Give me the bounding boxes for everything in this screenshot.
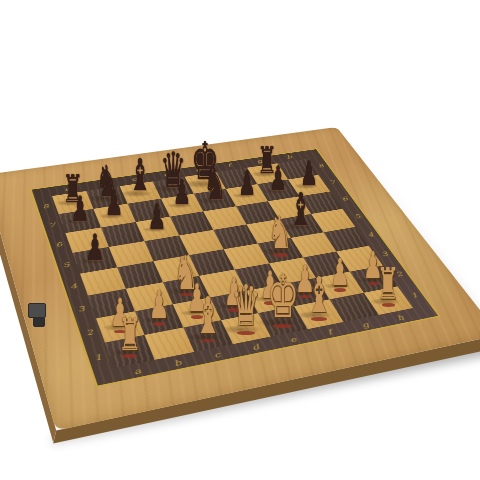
chess-product-photo: aa11bb22cc33dd44ee55ff66gg77hh88 ♜♚♟♛♟♝♟…: [0, 0, 480, 480]
piece-black-pawn-d7[interactable]: ♟: [173, 177, 191, 211]
piece-white-bishop-c1[interactable]: ♝: [194, 291, 221, 342]
piece-black-pawn-b7[interactable]: ♟: [105, 187, 124, 222]
box-clasp-latch: [33, 317, 45, 327]
piece-black-bishop-g5[interactable]: ♝: [289, 186, 313, 232]
piece-white-bishop-f1[interactable]: ♝: [305, 270, 332, 320]
piece-white-queen-d1[interactable]: ♛: [231, 278, 261, 334]
box-clasp: [28, 303, 46, 318]
piece-black-pawn-a7[interactable]: ♟: [70, 192, 89, 227]
piece-white-rook-h1[interactable]: ♜: [377, 264, 399, 306]
piece-black-knight-e7[interactable]: ♞: [203, 163, 226, 206]
piece-white-knight-f4[interactable]: ♞: [268, 211, 292, 256]
piece-white-pawn-g2[interactable]: ♟: [330, 254, 350, 291]
piece-black-pawn-c6[interactable]: ♟: [148, 199, 167, 234]
piece-white-pawn-b2[interactable]: ♟: [149, 287, 170, 326]
piece-black-pawn-f7[interactable]: ♟: [238, 167, 256, 201]
piece-white-rook-a1[interactable]: ♜: [118, 313, 142, 357]
piece-white-king-e1[interactable]: ♚: [267, 267, 299, 327]
piece-black-pawn-a5[interactable]: ♟: [85, 230, 104, 266]
piece-black-pawn-g7[interactable]: ♟: [269, 162, 287, 196]
piece-black-bishop-c8[interactable]: ♝: [128, 154, 151, 198]
